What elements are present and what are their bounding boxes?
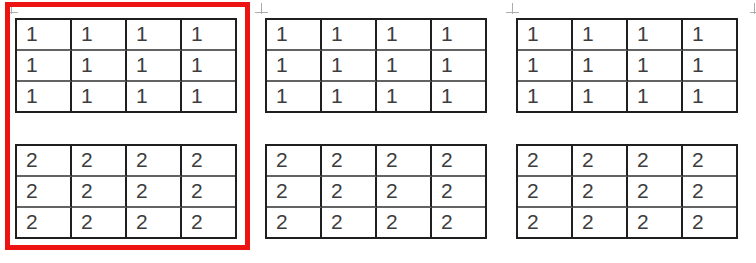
table-cell[interactable]: 2: [628, 208, 683, 237]
number-table-2s: 222222222222: [265, 144, 487, 239]
table-cell[interactable]: 2: [72, 177, 127, 208]
table-cell[interactable]: 2: [17, 208, 72, 237]
number-table-2s: 222222222222: [516, 144, 738, 239]
table-cell[interactable]: 2: [267, 208, 322, 237]
table-cell[interactable]: 1: [377, 82, 432, 111]
number-table-1s: 111111111111: [516, 18, 738, 113]
table-cell[interactable]: 1: [683, 82, 736, 111]
table-cell[interactable]: 1: [432, 82, 485, 111]
table-cell[interactable]: 2: [322, 177, 377, 208]
table-cell[interactable]: 1: [17, 82, 72, 111]
table-cell[interactable]: 1: [683, 51, 736, 82]
number-table-1s: 111111111111: [265, 18, 487, 113]
table-cell[interactable]: 1: [628, 20, 683, 51]
table-cell[interactable]: 1: [72, 82, 127, 111]
table-cell[interactable]: 2: [267, 177, 322, 208]
table-cell[interactable]: 1: [322, 20, 377, 51]
table-cell[interactable]: 2: [518, 146, 573, 177]
document-canvas: 1111111111112222222222221111111111112222…: [0, 0, 756, 263]
table-cell[interactable]: 2: [377, 146, 432, 177]
table-cell[interactable]: 1: [573, 20, 628, 51]
table-cell[interactable]: 2: [432, 177, 485, 208]
table-cell[interactable]: 1: [72, 20, 127, 51]
table-cell[interactable]: 2: [72, 146, 127, 177]
table-cell[interactable]: 1: [573, 82, 628, 111]
table-cell[interactable]: 2: [17, 177, 72, 208]
table-cell[interactable]: 2: [518, 208, 573, 237]
table-cell[interactable]: 1: [17, 20, 72, 51]
table-cell[interactable]: 1: [127, 20, 182, 51]
table-cell[interactable]: 1: [72, 51, 127, 82]
table-cell[interactable]: 2: [182, 177, 235, 208]
table-cell[interactable]: 2: [182, 208, 235, 237]
number-table-1s: 111111111111: [15, 18, 237, 113]
table-cell[interactable]: 1: [182, 51, 235, 82]
table-cell[interactable]: 1: [127, 51, 182, 82]
table-cell[interactable]: 2: [377, 177, 432, 208]
table-cell[interactable]: 1: [267, 82, 322, 111]
table-anchor-icon: [5, 12, 18, 13]
table-cell[interactable]: 2: [628, 146, 683, 177]
table-cell[interactable]: 2: [683, 177, 736, 208]
table-anchor-icon: [750, 12, 756, 13]
table-cell[interactable]: 1: [518, 51, 573, 82]
table-cell[interactable]: 2: [17, 146, 72, 177]
table-anchor-icon: [506, 12, 519, 13]
table-cell[interactable]: 1: [432, 20, 485, 51]
table-anchor-icon: [255, 12, 268, 13]
table-cell[interactable]: 1: [518, 82, 573, 111]
table-cell[interactable]: 2: [127, 146, 182, 177]
table-cell[interactable]: 2: [72, 208, 127, 237]
table-cell[interactable]: 1: [518, 20, 573, 51]
table-cell[interactable]: 2: [322, 208, 377, 237]
table-cell[interactable]: 2: [573, 208, 628, 237]
table-cell[interactable]: 1: [322, 82, 377, 111]
table-cell[interactable]: 2: [127, 208, 182, 237]
table-cell[interactable]: 2: [432, 208, 485, 237]
table-cell[interactable]: 1: [127, 82, 182, 111]
table-cell[interactable]: 2: [377, 208, 432, 237]
table-cell[interactable]: 1: [432, 51, 485, 82]
number-table-2s: 222222222222: [15, 144, 237, 239]
table-cell[interactable]: 1: [628, 51, 683, 82]
table-cell[interactable]: 1: [182, 20, 235, 51]
table-cell[interactable]: 2: [573, 146, 628, 177]
table-cell[interactable]: 2: [127, 177, 182, 208]
table-cell[interactable]: 2: [683, 146, 736, 177]
table-cell[interactable]: 2: [182, 146, 235, 177]
table-cell[interactable]: 1: [322, 51, 377, 82]
table-cell[interactable]: 2: [628, 177, 683, 208]
table-cell[interactable]: 2: [432, 146, 485, 177]
table-cell[interactable]: 2: [683, 208, 736, 237]
table-cell[interactable]: 1: [377, 20, 432, 51]
table-cell[interactable]: 2: [322, 146, 377, 177]
table-cell[interactable]: 2: [518, 177, 573, 208]
table-cell[interactable]: 1: [628, 82, 683, 111]
table-cell[interactable]: 1: [267, 51, 322, 82]
table-cell[interactable]: 1: [182, 82, 235, 111]
table-cell[interactable]: 1: [267, 20, 322, 51]
table-cell[interactable]: 1: [17, 51, 72, 82]
table-cell[interactable]: 1: [573, 51, 628, 82]
table-cell[interactable]: 2: [573, 177, 628, 208]
table-cell[interactable]: 2: [267, 146, 322, 177]
table-cell[interactable]: 1: [377, 51, 432, 82]
table-cell[interactable]: 1: [683, 20, 736, 51]
